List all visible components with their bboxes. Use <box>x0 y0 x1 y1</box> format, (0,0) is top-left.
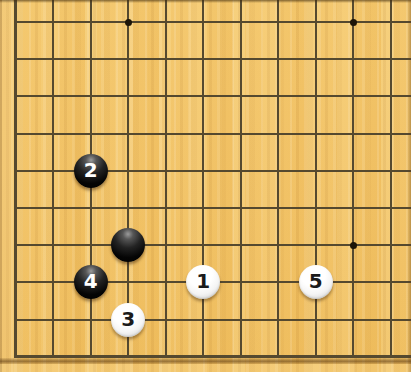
board-crop-edge-right <box>407 0 411 372</box>
grid-line-vertical <box>352 0 354 358</box>
grid-line-vertical <box>277 0 279 358</box>
move-number-label: 5 <box>309 271 323 291</box>
grid-line-horizontal <box>14 95 411 97</box>
grid-line-vertical <box>202 0 204 358</box>
grid-line-horizontal <box>14 207 411 209</box>
star-point-k4 <box>350 242 357 249</box>
grid-line-horizontal <box>14 133 411 135</box>
board-crop-edge-top <box>0 0 411 3</box>
move-number-label: 1 <box>196 271 210 291</box>
grid-line-horizontal <box>14 58 411 60</box>
grid-line-vertical <box>315 0 317 358</box>
move-number-label: 2 <box>84 160 98 180</box>
move-number-label: 3 <box>121 309 135 329</box>
stone-white-f3[interactable]: 1 <box>186 265 220 299</box>
stone-black-d4[interactable] <box>111 228 145 262</box>
stone-white-j3[interactable]: 5 <box>299 265 333 299</box>
board-bevel-face <box>0 364 411 372</box>
grid-line-vertical <box>14 0 17 358</box>
stone-black-c6[interactable]: 2 <box>74 154 108 188</box>
star-point-d10 <box>125 19 132 26</box>
grid-line-vertical <box>240 0 242 358</box>
grid-line-vertical <box>52 0 54 358</box>
grid-line-vertical <box>165 0 167 358</box>
grid-line-vertical <box>390 0 392 358</box>
star-point-k10 <box>350 19 357 26</box>
move-number-label: 4 <box>84 271 98 291</box>
go-board[interactable]: 12345 <box>0 0 411 372</box>
grid-line-horizontal <box>14 319 411 321</box>
board-edge-left-highlight <box>2 0 13 372</box>
stone-white-d2[interactable]: 3 <box>111 303 145 337</box>
stone-black-c3[interactable]: 4 <box>74 265 108 299</box>
